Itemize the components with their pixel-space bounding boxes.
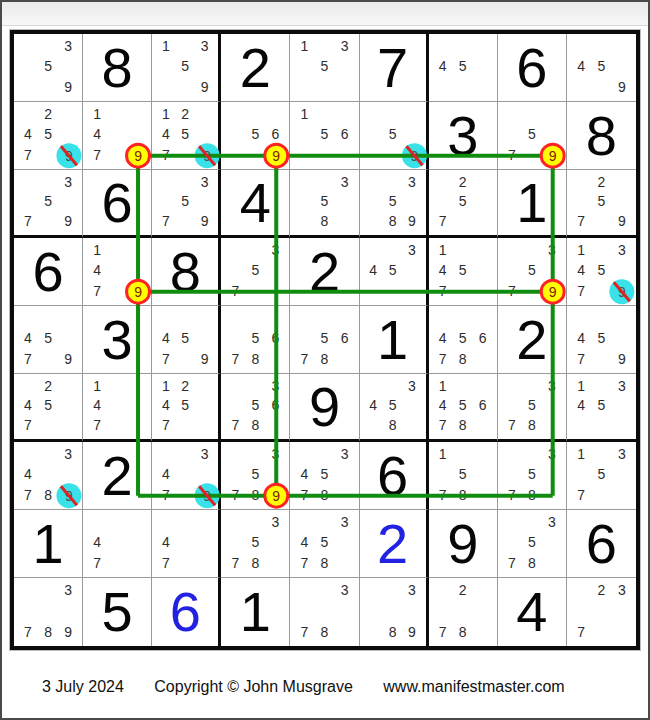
candidate-7: 7 bbox=[87, 145, 107, 165]
candidate-9 bbox=[473, 211, 493, 231]
candidate-8: 8 bbox=[38, 485, 58, 505]
candidate-1 bbox=[571, 172, 591, 192]
cell-r3c8[interactable]: 1 bbox=[498, 170, 567, 238]
candidate-9: 9 bbox=[265, 485, 285, 505]
candidate-2 bbox=[314, 580, 334, 601]
candidate-9 bbox=[195, 553, 214, 573]
candidate-3: 3 bbox=[335, 512, 355, 532]
pencil-marks: 278 bbox=[429, 578, 497, 646]
candidate-1: 1 bbox=[156, 36, 175, 56]
cell-r6c1[interactable]: 2457 bbox=[14, 374, 83, 442]
candidate-1 bbox=[87, 512, 107, 532]
cell-r2c9[interactable]: 8 bbox=[567, 102, 636, 170]
cell-r7c2[interactable]: 2 bbox=[83, 442, 152, 510]
candidate-5: 5 bbox=[176, 56, 195, 76]
cell-r8c1[interactable]: 1 bbox=[14, 510, 83, 578]
candidate-2 bbox=[176, 172, 195, 192]
candidate-5: 5 bbox=[176, 396, 195, 416]
candidate-6 bbox=[612, 192, 632, 212]
candidate-8 bbox=[38, 145, 58, 165]
candidate-7: 7 bbox=[156, 553, 175, 573]
candidate-3: 3 bbox=[612, 580, 632, 601]
candidate-5: 5 bbox=[245, 260, 265, 280]
candidate-3 bbox=[127, 512, 147, 532]
candidate-2: 2 bbox=[176, 376, 195, 396]
candidate-8: 8 bbox=[383, 415, 402, 435]
candidate-6: 6 bbox=[473, 396, 493, 416]
cell-r9c1[interactable]: 3789 bbox=[14, 578, 83, 646]
candidate-6: 6 bbox=[265, 396, 285, 416]
footer: 3 July 2024 Copyright © John Musgrave ww… bbox=[42, 678, 591, 696]
candidate-9 bbox=[265, 415, 285, 435]
candidate-3: 3 bbox=[612, 376, 632, 396]
cell-r3c1[interactable]: 3579 bbox=[14, 170, 83, 238]
candidate-9 bbox=[473, 77, 493, 97]
cell-value: 2 bbox=[516, 312, 547, 368]
candidate-7: 7 bbox=[502, 415, 522, 435]
candidate-5 bbox=[107, 532, 127, 552]
cell-r7c9[interactable]: 1357 bbox=[567, 442, 636, 510]
cell-r3c5[interactable]: 358 bbox=[290, 170, 359, 238]
candidate-9: 9 bbox=[58, 77, 78, 97]
pencil-marks: 45678 bbox=[429, 306, 497, 373]
candidate-2: 2 bbox=[38, 104, 58, 124]
candidate-2 bbox=[245, 512, 265, 532]
candidate-4: 4 bbox=[571, 328, 591, 348]
candidate-7 bbox=[364, 621, 383, 642]
candidate-9 bbox=[265, 349, 285, 369]
candidate-9 bbox=[612, 621, 632, 642]
candidate-4: 4 bbox=[571, 396, 591, 416]
candidate-1 bbox=[294, 308, 314, 328]
cell-r8c8[interactable]: 3578 bbox=[498, 510, 567, 578]
candidate-8 bbox=[453, 77, 473, 97]
candidate-4 bbox=[571, 192, 591, 212]
cell-r3c2[interactable]: 6 bbox=[83, 170, 152, 238]
cell-r7c1[interactable]: 34789 bbox=[14, 442, 83, 510]
candidate-9 bbox=[542, 553, 562, 573]
candidate-4 bbox=[502, 464, 522, 484]
candidate-9 bbox=[542, 485, 562, 505]
pencil-marks: 3579 bbox=[152, 170, 218, 235]
cell-r2c6[interactable]: 59 bbox=[360, 102, 429, 170]
cell-value: 3 bbox=[447, 108, 478, 164]
candidate-9: 9 bbox=[265, 145, 285, 165]
candidate-1 bbox=[18, 308, 38, 328]
candidate-1 bbox=[18, 36, 38, 56]
candidate-4: 4 bbox=[18, 328, 38, 348]
candidate-6 bbox=[58, 124, 78, 144]
candidate-5: 5 bbox=[591, 260, 611, 280]
cell-r6c4[interactable]: 35678 bbox=[221, 374, 290, 442]
candidate-7: 7 bbox=[225, 349, 245, 369]
candidate-1 bbox=[294, 444, 314, 464]
cell-r1c8[interactable]: 6 bbox=[498, 34, 567, 102]
candidate-8 bbox=[591, 211, 611, 231]
candidate-6 bbox=[195, 328, 214, 348]
cell-r6c6[interactable]: 3458 bbox=[360, 374, 429, 442]
cell-r8c4[interactable]: 3578 bbox=[221, 510, 290, 578]
candidate-2: 2 bbox=[176, 104, 195, 124]
pencil-marks: 1578 bbox=[429, 442, 497, 509]
candidate-5 bbox=[176, 532, 195, 552]
candidate-9: 9 bbox=[542, 145, 562, 165]
candidate-3 bbox=[335, 104, 355, 124]
cell-r3c4[interactable]: 4 bbox=[221, 170, 290, 238]
candidate-4 bbox=[294, 56, 314, 76]
candidate-5: 5 bbox=[245, 396, 265, 416]
candidate-9 bbox=[542, 415, 562, 435]
candidate-6 bbox=[265, 464, 285, 484]
candidate-7: 7 bbox=[571, 485, 591, 505]
candidate-2 bbox=[453, 376, 473, 396]
candidate-2 bbox=[176, 444, 195, 464]
cell-r5c1[interactable]: 4579 bbox=[14, 306, 83, 374]
cell-r6c5[interactable]: 9 bbox=[290, 374, 359, 442]
cell-r7c5[interactable]: 34578 bbox=[290, 442, 359, 510]
cell-value: 6 bbox=[102, 175, 133, 231]
candidate-2: 2 bbox=[38, 376, 58, 396]
candidate-9: 9 bbox=[195, 77, 214, 97]
cell-r3c3[interactable]: 3579 bbox=[152, 170, 221, 238]
candidate-7: 7 bbox=[87, 553, 107, 573]
candidate-3 bbox=[473, 172, 493, 192]
candidate-6 bbox=[58, 328, 78, 348]
candidate-9 bbox=[58, 415, 78, 435]
candidate-2 bbox=[383, 376, 402, 396]
cell-r5c6[interactable]: 1 bbox=[360, 306, 429, 374]
candidate-5: 5 bbox=[522, 260, 542, 280]
cell-value: 8 bbox=[586, 108, 617, 164]
candidate-5: 5 bbox=[245, 464, 265, 484]
candidate-1 bbox=[364, 104, 383, 124]
candidate-8: 8 bbox=[314, 211, 334, 231]
cell-r8c3[interactable]: 47 bbox=[152, 510, 221, 578]
cell-r3c9[interactable]: 2579 bbox=[567, 170, 636, 238]
cell-r9c4[interactable]: 1 bbox=[221, 578, 290, 646]
cell-r8c9[interactable]: 6 bbox=[567, 510, 636, 578]
cell-value: 2 bbox=[102, 448, 133, 504]
candidate-4: 4 bbox=[87, 396, 107, 416]
cell-r1c2[interactable]: 8 bbox=[83, 34, 152, 102]
candidate-2 bbox=[314, 444, 334, 464]
candidate-1 bbox=[571, 580, 591, 601]
cell-r6c3[interactable]: 12457 bbox=[152, 374, 221, 442]
cell-r7c3[interactable]: 3479 bbox=[152, 442, 221, 510]
candidate-3: 3 bbox=[195, 36, 214, 56]
candidate-2 bbox=[591, 36, 611, 56]
candidate-5: 5 bbox=[453, 328, 473, 348]
candidate-9: 9 bbox=[402, 211, 421, 231]
cell-r6c2[interactable]: 147 bbox=[83, 374, 152, 442]
candidate-1: 1 bbox=[571, 376, 591, 396]
pencil-marks: 257 bbox=[429, 170, 497, 235]
candidate-9: 9 bbox=[195, 349, 214, 369]
cell-r3c6[interactable]: 3589 bbox=[360, 170, 429, 238]
cell-r9c3[interactable]: 6 bbox=[152, 578, 221, 646]
candidate-4: 4 bbox=[87, 532, 107, 552]
cell-r8c6[interactable]: 2 bbox=[360, 510, 429, 578]
candidate-4: 4 bbox=[433, 328, 453, 348]
candidate-7: 7 bbox=[18, 621, 38, 642]
pencil-marks: 47 bbox=[83, 510, 151, 577]
candidate-5: 5 bbox=[314, 532, 334, 552]
candidate-8 bbox=[453, 211, 473, 231]
candidate-1 bbox=[225, 308, 245, 328]
candidate-4 bbox=[225, 532, 245, 552]
candidate-4 bbox=[225, 328, 245, 348]
cell-r5c9[interactable]: 4579 bbox=[567, 306, 636, 374]
cell-r7c4[interactable]: 35789 bbox=[221, 442, 290, 510]
candidate-2 bbox=[453, 308, 473, 328]
candidate-9: 9 bbox=[195, 145, 214, 165]
candidate-2 bbox=[522, 104, 542, 124]
candidate-6 bbox=[402, 396, 421, 416]
candidate-6 bbox=[402, 260, 421, 280]
candidate-7: 7 bbox=[433, 281, 453, 301]
candidate-3: 3 bbox=[58, 580, 78, 601]
candidate-2 bbox=[522, 240, 542, 260]
cell-r9c8[interactable]: 4 bbox=[498, 578, 567, 646]
candidate-3: 3 bbox=[265, 376, 285, 396]
cell-r4c9[interactable]: 134579 bbox=[567, 238, 636, 306]
candidate-4 bbox=[502, 532, 522, 552]
cell-r8c5[interactable]: 34578 bbox=[290, 510, 359, 578]
candidate-3 bbox=[195, 308, 214, 328]
candidate-7: 7 bbox=[18, 349, 38, 369]
candidate-8 bbox=[245, 145, 265, 165]
candidate-4: 4 bbox=[156, 464, 175, 484]
candidate-1 bbox=[225, 104, 245, 124]
cell-r4c8[interactable]: 3579 bbox=[498, 238, 567, 306]
candidate-5 bbox=[314, 601, 334, 622]
candidate-9: 9 bbox=[402, 621, 421, 642]
cell-r2c5[interactable]: 156 bbox=[290, 102, 359, 170]
pencil-marks: 3579 bbox=[498, 238, 566, 305]
cell-r1c1[interactable]: 359 bbox=[14, 34, 83, 102]
candidate-8 bbox=[314, 145, 334, 165]
candidate-2 bbox=[245, 444, 265, 464]
pencil-marks: 35678 bbox=[221, 374, 289, 439]
cell-r4c5[interactable]: 2 bbox=[290, 238, 359, 306]
cell-r2c8[interactable]: 579 bbox=[498, 102, 567, 170]
candidate-3 bbox=[195, 376, 214, 396]
candidate-8 bbox=[107, 553, 127, 573]
candidate-8 bbox=[383, 281, 402, 301]
candidate-5: 5 bbox=[314, 328, 334, 348]
cell-r2c4[interactable]: 569 bbox=[221, 102, 290, 170]
cell-value: 9 bbox=[309, 379, 340, 435]
candidate-9: 9 bbox=[612, 77, 632, 97]
candidate-1 bbox=[156, 172, 175, 192]
candidate-6 bbox=[195, 56, 214, 76]
cell-r4c7[interactable]: 1457 bbox=[429, 238, 498, 306]
candidate-8: 8 bbox=[314, 621, 334, 642]
cell-r8c2[interactable]: 47 bbox=[83, 510, 152, 578]
candidate-7: 7 bbox=[502, 485, 522, 505]
cell-value: 4 bbox=[516, 584, 547, 640]
candidate-2 bbox=[591, 308, 611, 328]
cell-r4c2[interactable]: 1479 bbox=[83, 238, 152, 306]
candidate-8 bbox=[383, 145, 402, 165]
candidate-2 bbox=[314, 104, 334, 124]
cell-r1c9[interactable]: 459 bbox=[567, 34, 636, 102]
candidate-8: 8 bbox=[38, 621, 58, 642]
candidate-1 bbox=[571, 36, 591, 56]
cell-r9c7[interactable]: 278 bbox=[429, 578, 498, 646]
candidate-9: 9 bbox=[58, 621, 78, 642]
candidate-6 bbox=[335, 532, 355, 552]
cell-value: 6 bbox=[516, 40, 547, 96]
candidate-9 bbox=[402, 281, 421, 301]
candidate-2 bbox=[314, 172, 334, 192]
candidate-9: 9 bbox=[127, 281, 147, 301]
candidate-1 bbox=[502, 376, 522, 396]
candidate-2 bbox=[107, 512, 127, 532]
candidate-6 bbox=[127, 260, 147, 280]
candidate-4 bbox=[433, 192, 453, 212]
candidate-5: 5 bbox=[38, 328, 58, 348]
cell-r4c3[interactable]: 8 bbox=[152, 238, 221, 306]
cell-r6c9[interactable]: 1345 bbox=[567, 374, 636, 442]
candidate-8 bbox=[591, 349, 611, 369]
candidate-6 bbox=[195, 532, 214, 552]
cell-r7c6[interactable]: 6 bbox=[360, 442, 429, 510]
cell-r5c5[interactable]: 5678 bbox=[290, 306, 359, 374]
candidate-2 bbox=[38, 580, 58, 601]
candidate-7: 7 bbox=[571, 349, 591, 369]
cell-r9c5[interactable]: 378 bbox=[290, 578, 359, 646]
pencil-marks: 3479 bbox=[152, 442, 218, 509]
candidate-4 bbox=[156, 56, 175, 76]
candidate-5: 5 bbox=[591, 192, 611, 212]
cell-value: 9 bbox=[447, 516, 478, 572]
pencil-marks: 3578 bbox=[498, 442, 566, 509]
candidate-7: 7 bbox=[294, 349, 314, 369]
cell-r1c4[interactable]: 2 bbox=[221, 34, 290, 102]
cell-r2c3[interactable]: 124579 bbox=[152, 102, 221, 170]
candidate-8 bbox=[176, 485, 195, 505]
candidate-8: 8 bbox=[383, 211, 402, 231]
candidate-9 bbox=[127, 553, 147, 573]
cell-r4c4[interactable]: 357 bbox=[221, 238, 290, 306]
cell-r2c1[interactable]: 24579 bbox=[14, 102, 83, 170]
pencil-marks: 2457 bbox=[14, 374, 82, 439]
cell-r4c1[interactable]: 6 bbox=[14, 238, 83, 306]
candidate-5: 5 bbox=[245, 532, 265, 552]
candidate-8 bbox=[38, 349, 58, 369]
pencil-marks: 34578 bbox=[290, 510, 358, 577]
cell-r4c6[interactable]: 345 bbox=[360, 238, 429, 306]
cell-r5c3[interactable]: 4579 bbox=[152, 306, 221, 374]
candidate-3 bbox=[335, 308, 355, 328]
pencil-marks: 45 bbox=[429, 34, 497, 101]
candidate-5 bbox=[107, 124, 127, 144]
candidate-2 bbox=[383, 172, 402, 192]
candidate-1 bbox=[433, 36, 453, 56]
pencil-marks: 3458 bbox=[360, 374, 426, 439]
candidate-6 bbox=[542, 396, 562, 416]
candidate-5: 5 bbox=[591, 464, 611, 484]
candidate-2: 2 bbox=[453, 580, 473, 601]
pencil-marks: 569 bbox=[221, 102, 289, 169]
pencil-marks: 3578 bbox=[221, 510, 289, 577]
cell-r5c2[interactable]: 3 bbox=[83, 306, 152, 374]
cell-r5c4[interactable]: 5678 bbox=[221, 306, 290, 374]
candidate-3 bbox=[612, 36, 632, 56]
candidate-8 bbox=[176, 553, 195, 573]
pencil-marks: 345 bbox=[360, 238, 426, 305]
candidate-6: 6 bbox=[335, 328, 355, 348]
candidate-1 bbox=[18, 444, 38, 464]
cell-r5c8[interactable]: 2 bbox=[498, 306, 567, 374]
candidate-6 bbox=[542, 464, 562, 484]
candidate-8 bbox=[522, 281, 542, 301]
candidate-5: 5 bbox=[314, 56, 334, 76]
candidate-9: 9 bbox=[612, 349, 632, 369]
candidate-7 bbox=[364, 145, 383, 165]
candidate-8 bbox=[591, 485, 611, 505]
candidate-7: 7 bbox=[18, 211, 38, 231]
footer-site: www.manifestmaster.com bbox=[383, 678, 564, 695]
candidate-8: 8 bbox=[522, 553, 542, 573]
cell-r1c6[interactable]: 7 bbox=[360, 34, 429, 102]
candidate-6 bbox=[195, 464, 214, 484]
candidate-8: 8 bbox=[383, 621, 402, 642]
candidate-8: 8 bbox=[453, 485, 473, 505]
candidate-6 bbox=[195, 192, 214, 212]
cell-r1c7[interactable]: 45 bbox=[429, 34, 498, 102]
candidate-3 bbox=[58, 308, 78, 328]
candidate-3 bbox=[58, 376, 78, 396]
candidate-5: 5 bbox=[383, 260, 402, 280]
cell-r7c8[interactable]: 3578 bbox=[498, 442, 567, 510]
cell-r9c9[interactable]: 237 bbox=[567, 578, 636, 646]
cell-r5c7[interactable]: 45678 bbox=[429, 306, 498, 374]
candidate-4: 4 bbox=[294, 464, 314, 484]
cell-r2c7[interactable]: 3 bbox=[429, 102, 498, 170]
candidate-6 bbox=[402, 192, 421, 212]
candidate-6 bbox=[195, 124, 214, 144]
cell-value: 7 bbox=[377, 40, 408, 96]
candidate-5: 5 bbox=[522, 396, 542, 416]
candidate-1 bbox=[225, 376, 245, 396]
candidate-5: 5 bbox=[591, 328, 611, 348]
candidate-8: 8 bbox=[522, 415, 542, 435]
candidate-5: 5 bbox=[591, 396, 611, 416]
cell-r1c3[interactable]: 1359 bbox=[152, 34, 221, 102]
cell-r8c7[interactable]: 9 bbox=[429, 510, 498, 578]
cell-r9c6[interactable]: 389 bbox=[360, 578, 429, 646]
candidate-9: 9 bbox=[58, 485, 78, 505]
cell-r6c7[interactable]: 145678 bbox=[429, 374, 498, 442]
candidate-7 bbox=[225, 145, 245, 165]
candidate-3 bbox=[473, 36, 493, 56]
candidate-1 bbox=[156, 444, 175, 464]
cell-r7c7[interactable]: 1578 bbox=[429, 442, 498, 510]
cell-r2c2[interactable]: 1479 bbox=[83, 102, 152, 170]
cell-r9c2[interactable]: 5 bbox=[83, 578, 152, 646]
candidate-1 bbox=[294, 512, 314, 532]
candidate-1: 1 bbox=[433, 240, 453, 260]
candidate-4 bbox=[571, 601, 591, 622]
candidate-4: 4 bbox=[156, 328, 175, 348]
candidate-2 bbox=[314, 308, 334, 328]
cell-r6c8[interactable]: 3578 bbox=[498, 374, 567, 442]
cell-r1c5[interactable]: 135 bbox=[290, 34, 359, 102]
cell-r3c7[interactable]: 257 bbox=[429, 170, 498, 238]
candidate-5 bbox=[38, 464, 58, 484]
